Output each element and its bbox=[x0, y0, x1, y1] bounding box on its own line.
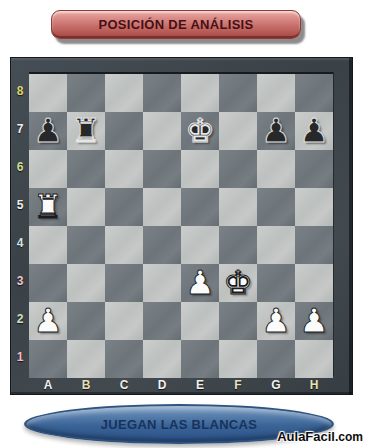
piece-black-rook: ♜ bbox=[71, 112, 101, 150]
piece-black-king: ♚ bbox=[185, 112, 215, 150]
square-c5[interactable] bbox=[105, 188, 143, 226]
analysis-banner: POSICIÓN DE ANÁLISIS bbox=[51, 10, 301, 39]
square-d3[interactable] bbox=[143, 264, 181, 302]
square-d8[interactable] bbox=[143, 74, 181, 112]
square-f2[interactable] bbox=[219, 302, 257, 340]
square-g6[interactable] bbox=[257, 150, 295, 188]
square-c4[interactable] bbox=[105, 226, 143, 264]
square-a8[interactable] bbox=[29, 74, 67, 112]
square-f8[interactable] bbox=[219, 74, 257, 112]
board-corner bbox=[11, 376, 29, 394]
square-b7[interactable]: ♜ bbox=[67, 112, 105, 150]
square-g8[interactable] bbox=[257, 74, 295, 112]
file-label-h: H bbox=[295, 376, 333, 394]
square-e8[interactable] bbox=[181, 74, 219, 112]
file-label-d: D bbox=[143, 376, 181, 394]
piece-white-pawn: ♟ bbox=[33, 302, 63, 340]
watermark-suffix: .com bbox=[335, 430, 363, 444]
square-f1[interactable] bbox=[219, 340, 257, 378]
piece-black-pawn: ♟ bbox=[299, 112, 329, 150]
square-c7[interactable] bbox=[105, 112, 143, 150]
square-h8[interactable] bbox=[295, 74, 333, 112]
piece-black-pawn: ♟ bbox=[33, 112, 63, 150]
square-e5[interactable] bbox=[181, 188, 219, 226]
square-a3[interactable] bbox=[29, 264, 67, 302]
square-f4[interactable] bbox=[219, 226, 257, 264]
square-e7[interactable]: ♚ bbox=[181, 112, 219, 150]
square-e2[interactable] bbox=[181, 302, 219, 340]
file-label-b: B bbox=[67, 376, 105, 394]
rank-label-4: 4 bbox=[11, 224, 29, 262]
file-label-a: A bbox=[29, 376, 67, 394]
page: POSICIÓN DE ANÁLISIS 87654321 ♟♜♚♟♟♜♟♚♟♟… bbox=[0, 0, 365, 448]
square-b1[interactable] bbox=[67, 340, 105, 378]
square-b4[interactable] bbox=[67, 226, 105, 264]
square-c6[interactable] bbox=[105, 150, 143, 188]
square-b8[interactable] bbox=[67, 74, 105, 112]
file-label-g: G bbox=[257, 376, 295, 394]
square-f6[interactable] bbox=[219, 150, 257, 188]
square-c3[interactable] bbox=[105, 264, 143, 302]
piece-white-pawn: ♟ bbox=[185, 264, 215, 302]
piece-white-pawn: ♟ bbox=[261, 302, 291, 340]
square-h7[interactable]: ♟ bbox=[295, 112, 333, 150]
square-b2[interactable] bbox=[67, 302, 105, 340]
file-label-e: E bbox=[181, 376, 219, 394]
square-c2[interactable] bbox=[105, 302, 143, 340]
square-a7[interactable]: ♟ bbox=[29, 112, 67, 150]
square-c1[interactable] bbox=[105, 340, 143, 378]
rank-label-7: 7 bbox=[11, 110, 29, 148]
square-h4[interactable] bbox=[295, 226, 333, 264]
square-d5[interactable] bbox=[143, 188, 181, 226]
square-g3[interactable] bbox=[257, 264, 295, 302]
piece-white-pawn: ♟ bbox=[299, 302, 329, 340]
square-h3[interactable] bbox=[295, 264, 333, 302]
chess-board: ♟♜♚♟♟♜♟♚♟♟♟ bbox=[29, 72, 333, 376]
square-e4[interactable] bbox=[181, 226, 219, 264]
square-d6[interactable] bbox=[143, 150, 181, 188]
watermark: AulaFacil.com bbox=[277, 429, 363, 444]
piece-white-king: ♚ bbox=[223, 264, 253, 302]
file-labels: ABCDEFGH bbox=[29, 376, 333, 394]
piece-black-pawn: ♟ bbox=[261, 112, 291, 150]
turn-banner-label: JUEGAN LAS BLANCAS bbox=[101, 417, 257, 432]
piece-white-rook: ♜ bbox=[33, 188, 63, 226]
square-a4[interactable] bbox=[29, 226, 67, 264]
square-a2[interactable]: ♟ bbox=[29, 302, 67, 340]
rank-label-3: 3 bbox=[11, 262, 29, 300]
square-h2[interactable]: ♟ bbox=[295, 302, 333, 340]
chess-board-frame: 87654321 ♟♜♚♟♟♜♟♚♟♟♟ ABCDEFGH bbox=[10, 57, 353, 395]
square-d1[interactable] bbox=[143, 340, 181, 378]
rank-label-1: 1 bbox=[11, 338, 29, 376]
square-d4[interactable] bbox=[143, 226, 181, 264]
chess-board-wrap: 87654321 ♟♜♚♟♟♜♟♚♟♟♟ ABCDEFGH bbox=[11, 72, 352, 394]
square-e3[interactable]: ♟ bbox=[181, 264, 219, 302]
rank-label-8: 8 bbox=[11, 72, 29, 110]
square-c8[interactable] bbox=[105, 74, 143, 112]
square-g7[interactable]: ♟ bbox=[257, 112, 295, 150]
square-h1[interactable] bbox=[295, 340, 333, 378]
square-f5[interactable] bbox=[219, 188, 257, 226]
square-a1[interactable] bbox=[29, 340, 67, 378]
square-g5[interactable] bbox=[257, 188, 295, 226]
square-g2[interactable]: ♟ bbox=[257, 302, 295, 340]
square-h5[interactable] bbox=[295, 188, 333, 226]
file-label-c: C bbox=[105, 376, 143, 394]
rank-label-2: 2 bbox=[11, 300, 29, 338]
square-g1[interactable] bbox=[257, 340, 295, 378]
rank-label-5: 5 bbox=[11, 186, 29, 224]
square-f3[interactable]: ♚ bbox=[219, 264, 257, 302]
square-b5[interactable] bbox=[67, 188, 105, 226]
rank-labels: 87654321 bbox=[11, 72, 29, 376]
file-label-f: F bbox=[219, 376, 257, 394]
square-h6[interactable] bbox=[295, 150, 333, 188]
rank-label-6: 6 bbox=[11, 148, 29, 186]
square-d7[interactable] bbox=[143, 112, 181, 150]
square-f7[interactable] bbox=[219, 112, 257, 150]
analysis-banner-label: POSICIÓN DE ANÁLISIS bbox=[98, 17, 253, 32]
square-e6[interactable] bbox=[181, 150, 219, 188]
square-a6[interactable] bbox=[29, 150, 67, 188]
square-d2[interactable] bbox=[143, 302, 181, 340]
square-g4[interactable] bbox=[257, 226, 295, 264]
square-a5[interactable]: ♜ bbox=[29, 188, 67, 226]
square-b6[interactable] bbox=[67, 150, 105, 188]
square-e1[interactable] bbox=[181, 340, 219, 378]
watermark-name: AulaFacil bbox=[277, 429, 335, 444]
square-b3[interactable] bbox=[67, 264, 105, 302]
